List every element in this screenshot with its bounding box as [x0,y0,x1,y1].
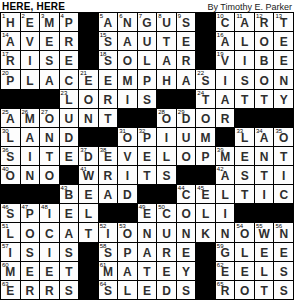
grid-cell[interactable]: 39M [216,147,235,165]
block-cell [157,90,176,108]
grid-cell[interactable]: E [60,204,79,222]
cell-letter: E [280,35,288,50]
cell-letter: N [221,227,230,242]
grid-cell[interactable]: A [118,32,137,50]
grid-cell[interactable]: 36S [1,147,20,165]
grid-cell[interactable]: E [99,70,118,88]
grid-cell[interactable]: 38E [99,147,118,165]
grid-cell[interactable]: 27O [40,109,59,127]
grid-cell[interactable]: A [99,185,118,203]
grid-cell[interactable]: P [138,70,157,88]
block-cell [21,90,40,108]
cell-letter: T [241,188,248,203]
grid-cell[interactable]: T [255,281,274,299]
grid-cell[interactable]: Y [274,90,293,108]
grid-cell[interactable]: L [138,51,157,69]
cell-letter: A [182,74,191,89]
grid-cell[interactable]: S [235,166,254,184]
grid-cell[interactable]: I [118,166,137,184]
grid-cell[interactable]: 5A [99,13,118,31]
cell-letter: V [26,35,34,50]
grid-cell[interactable]: A [60,223,79,241]
grid-cell[interactable]: 17R [1,51,20,69]
grid-cell[interactable]: E [79,185,98,203]
grid-cell[interactable]: S [157,166,176,184]
grid-cell[interactable]: S [40,51,59,69]
cell-letter: E [143,150,151,165]
grid-cell[interactable]: 64S [99,281,118,299]
grid-cell[interactable]: R [40,281,59,299]
grid-cell[interactable]: O [196,109,215,127]
cell-letter: E [26,265,34,280]
cell-number: 64 [100,281,107,287]
grid-cell[interactable]: 3M [40,13,59,31]
grid-cell[interactable]: M [196,128,215,146]
grid-cell[interactable]: 20P [1,70,20,88]
grid-cell[interactable]: S [274,262,293,280]
grid-cell[interactable]: O [40,166,59,184]
grid-cell[interactable]: C [40,223,59,241]
cell-letter: A [104,188,113,203]
grid-cell[interactable]: 52I [99,223,118,241]
grid-cell[interactable]: 31O [118,128,137,146]
cell-letter: I [126,169,129,184]
cell-letter: S [241,169,249,184]
cell-letter: L [26,74,33,89]
cell-letter: E [65,207,73,222]
cell-letter: E [65,54,73,69]
cell-number: 5 [100,13,103,19]
grid-cell[interactable]: 57I [1,243,20,261]
grid-cell[interactable]: 32P [138,128,157,146]
grid-cell[interactable]: V [21,32,40,50]
cell-number: 37 [80,147,87,153]
grid-cell[interactable]: L [255,262,274,280]
grid-cell[interactable]: 11A [235,13,254,31]
grid-cell[interactable]: 12R [255,13,274,31]
block-cell [60,166,79,184]
cell-number: 55 [256,223,263,229]
grid-cell[interactable]: T [60,262,79,280]
cell-letter: L [261,265,268,280]
cell-letter: M [44,16,54,31]
grid-cell[interactable]: 47P [21,204,40,222]
cell-letter: N [182,227,191,242]
grid-cell[interactable]: 10C [216,13,235,31]
grid-cell[interactable]: N [21,166,40,184]
cell-letter: N [260,150,269,165]
grid-cell[interactable]: 30L [1,128,20,146]
grid-cell[interactable]: E [274,32,293,50]
cell-letter: A [143,246,152,261]
cell-letter: P [65,16,73,31]
cell-letter: A [104,16,113,31]
grid-cell[interactable]: E [138,281,157,299]
grid-cell[interactable]: C [60,70,79,88]
cell-letter: O [84,93,93,108]
grid-cell[interactable]: 19V [216,51,235,69]
cell-letter: O [181,207,190,222]
grid-cell[interactable]: A [118,262,137,280]
grid-cell[interactable]: A [138,243,157,261]
grid-cell[interactable]: 48I [40,204,59,222]
grid-cell[interactable]: U [157,223,176,241]
grid-cell[interactable]: I [21,147,40,165]
grid-cell[interactable]: 6N [118,13,137,31]
cell-letter: T [46,150,53,165]
block-cell [40,90,59,108]
block-cell [79,32,98,50]
grid-cell[interactable]: T [235,185,254,203]
grid-cell[interactable]: E [60,147,79,165]
grid-cell[interactable]: L [216,185,235,203]
grid-cell[interactable]: 29D [177,109,196,127]
grid-cell[interactable]: 45E [196,185,215,203]
grid-cell[interactable]: E [177,243,196,261]
grid-cell[interactable]: L [118,281,137,299]
grid-cell[interactable]: O [118,51,137,69]
grid-cell[interactable]: 61M [99,262,118,280]
grid-cell[interactable]: S [60,281,79,299]
grid-cell[interactable]: N [255,147,274,165]
cell-letter: L [143,54,150,69]
cell-number: 63 [2,281,9,287]
cell-letter: E [163,265,171,280]
grid-cell[interactable]: 51L [1,223,20,241]
cell-letter: S [280,265,288,280]
cell-letter: H [162,74,171,89]
grid-cell[interactable]: 50C [157,204,176,222]
grid-cell[interactable]: 2E [21,13,40,31]
cell-letter: I [48,246,51,261]
grid-cell[interactable]: 35O [274,128,293,146]
cell-letter: E [45,265,53,280]
grid-cell[interactable]: 21E [79,70,98,88]
cell-letter: M [201,131,211,146]
grid-cell[interactable]: 58S [99,243,118,261]
grid-cell[interactable]: E [274,51,293,69]
cell-number: 28 [158,109,165,115]
grid-cell[interactable]: 33L [235,128,254,146]
grid-cell[interactable]: A [177,70,196,88]
grid-cell[interactable]: 24T [196,90,215,108]
grid-cell[interactable]: A [216,90,235,108]
cell-letter: C [45,227,54,242]
block-cell [196,32,215,50]
grid-cell[interactable]: R [157,243,176,261]
grid-cell[interactable]: L [79,204,98,222]
puzzle-byline: By Timothy E. Parker [207,2,292,12]
cell-letter: I [28,150,31,165]
cell-letter: R [65,35,74,50]
cell-letter: S [280,284,288,299]
cell-number: 30 [2,128,9,134]
grid-cell[interactable]: H [157,70,176,88]
grid-cell[interactable]: T [40,147,59,165]
cell-letter: N [143,227,152,242]
grid-cell[interactable]: O [255,70,274,88]
grid-cell[interactable]: S [177,281,196,299]
grid-cell[interactable]: E [255,243,274,261]
grid-cell[interactable]: L [157,147,176,165]
grid-cell[interactable]: T [255,166,274,184]
cell-number: 36 [2,147,9,153]
grid-cell[interactable]: V [118,147,137,165]
block-cell [177,90,196,108]
cell-letter: O [45,169,54,184]
grid-cell[interactable]: I [21,51,40,69]
grid-cell[interactable]: 49E [138,204,157,222]
cell-letter: E [104,74,112,89]
grid-cell[interactable]: 59G [216,243,235,261]
grid-cell[interactable]: C [274,185,293,203]
grid-cell[interactable]: L [235,243,254,261]
cell-letter: E [182,246,190,261]
grid-cell[interactable]: T [79,223,98,241]
grid-cell[interactable]: 18S [99,51,118,69]
grid-cell[interactable]: O [21,223,40,241]
grid-cell[interactable]: D [118,185,137,203]
cell-letter: S [182,16,190,31]
grid-cell[interactable]: I [216,70,235,88]
grid-cell[interactable]: 63E [1,281,20,299]
grid-cell[interactable]: 7G [138,13,157,31]
block-cell [79,262,98,280]
grid-cell[interactable]: 41W [79,166,98,184]
block-cell [196,243,215,261]
cell-letter: E [241,265,249,280]
grid-cell[interactable]: N [79,109,98,127]
cell-letter: N [279,74,288,89]
grid-cell[interactable]: 60M [1,262,20,280]
grid-cell[interactable]: S [60,243,79,261]
cell-letter: L [241,246,248,261]
cell-letter: U [182,131,191,146]
cell-letter: P [123,246,131,261]
cell-letter: I [282,169,285,184]
cell-letter: T [241,93,248,108]
grid-cell[interactable]: E [40,32,59,50]
grid-cell[interactable]: E [21,262,40,280]
grid-cell[interactable]: 34A [255,128,274,146]
grid-cell[interactable]: I [40,243,59,261]
cell-number: 47 [22,204,29,210]
grid-cell[interactable]: U [60,109,79,127]
grid-cell[interactable]: P [118,243,137,261]
cell-letter: P [143,74,151,89]
grid-cell[interactable]: N [138,223,157,241]
cell-letter: I [48,207,51,222]
grid-cell[interactable]: D [157,281,176,299]
cell-letter: S [65,246,73,261]
grid-cell[interactable]: 23L [60,90,79,108]
grid-cell[interactable]: 65R [216,281,235,299]
cell-letter: C [65,74,74,89]
cell-letter: U [143,35,152,50]
grid-cell[interactable]: T [274,147,293,165]
block-cell [99,204,118,222]
grid-cell[interactable]: 26M [21,109,40,127]
grid-cell[interactable]: A [157,51,176,69]
grid-cell[interactable]: T [138,262,157,280]
cell-letter: T [261,284,268,299]
cell-number: 26 [22,109,29,115]
grid-cell[interactable]: O [177,147,196,165]
grid-cell[interactable]: E [274,243,293,261]
grid-cell[interactable]: R [21,281,40,299]
grid-cell[interactable]: T [138,166,157,184]
grid-cell[interactable]: 28O [157,109,176,127]
grid-cell[interactable]: U [138,32,157,50]
grid-cell[interactable]: 13T [274,13,293,31]
grid-cell[interactable]: R [177,51,196,69]
grid-cell[interactable]: E [235,262,254,280]
cell-number: 49 [139,204,146,210]
grid-cell[interactable]: 9S [177,13,196,31]
grid-cell[interactable]: O [255,32,274,50]
cell-letter: A [25,131,34,146]
grid-cell[interactable]: U [177,128,196,146]
cell-letter: E [84,188,92,203]
grid-cell[interactable]: 44C [177,185,196,203]
cell-number: 12 [256,13,263,19]
cell-number: 29 [178,109,185,115]
cell-number: 65 [217,281,224,287]
grid-cell[interactable]: I [157,128,176,146]
block-cell [1,185,20,203]
cell-letter: M [122,74,132,89]
cell-letter: T [261,169,268,184]
grid-cell[interactable]: 22S [196,70,215,88]
grid-cell[interactable]: 40O [1,166,20,184]
grid-cell[interactable]: I [274,166,293,184]
cell-number: 13 [275,13,282,19]
block-cell [196,51,215,69]
grid-cell[interactable]: N [216,223,235,241]
cell-number: 24 [197,90,204,96]
cell-number: 22 [197,70,204,76]
cell-letter: S [182,284,190,299]
cell-letter: T [280,150,287,165]
cell-number: 61 [100,262,107,268]
cell-letter: U [162,16,171,31]
block-cell [79,243,98,261]
grid-cell[interactable]: K [196,223,215,241]
grid-cell[interactable]: S [138,90,157,108]
grid-cell[interactable]: O [177,204,196,222]
cell-letter: O [181,150,190,165]
grid-cell[interactable]: I [255,185,274,203]
block-cell [177,166,196,184]
grid-cell[interactable]: R [60,32,79,50]
cell-number: 14 [2,32,9,38]
cell-number: 27 [41,109,48,115]
grid-cell[interactable]: N [177,223,196,241]
grid-cell[interactable]: E [235,147,254,165]
grid-cell[interactable]: L [235,32,254,50]
grid-cell[interactable]: 37D [79,147,98,165]
grid-cell[interactable]: M [118,70,137,88]
cell-number: 39 [217,147,224,153]
grid-cell[interactable]: 54O [235,223,254,241]
grid-cell[interactable]: 56N [274,223,293,241]
grid-cell[interactable]: L [21,70,40,88]
cell-letter: O [240,284,249,299]
cell-number: 44 [178,185,185,191]
cell-letter: O [123,54,132,69]
grid-cell[interactable]: 42A [216,166,235,184]
grid-cell[interactable]: N [40,128,59,146]
grid-cell[interactable]: 16A [216,32,235,50]
cell-number: 57 [2,243,9,249]
grid-cell[interactable]: P [196,147,215,165]
grid-cell[interactable]: 46S [1,204,20,222]
block-cell [118,204,137,222]
grid-cell[interactable]: T [157,32,176,50]
grid-cell[interactable]: I [235,51,254,69]
grid-cell[interactable]: 62E [216,262,235,280]
grid-cell[interactable]: I [118,90,137,108]
grid-cell[interactable]: T [235,90,254,108]
grid-cell[interactable]: 8U [157,13,176,31]
grid-cell[interactable]: T [99,109,118,127]
grid-cell[interactable]: E [138,147,157,165]
grid-cell[interactable]: E [60,51,79,69]
cell-number: 19 [217,51,224,57]
grid-cell[interactable]: Y [177,262,196,280]
grid-cell[interactable]: R [99,90,118,108]
grid-cell[interactable]: O [235,281,254,299]
grid-cell[interactable]: 55W [255,223,274,241]
grid-cell[interactable]: L [196,204,215,222]
grid-cell[interactable]: 53O [118,223,137,241]
grid-cell[interactable]: O [79,90,98,108]
grid-cell[interactable]: A [40,70,59,88]
grid-cell[interactable]: R [216,109,235,127]
grid-cell[interactable]: S [235,70,254,88]
cell-letter: O [260,74,269,89]
cell-letter: D [123,188,132,203]
grid-cell[interactable]: D [60,128,79,146]
grid-cell[interactable]: T [255,90,274,108]
grid-cell[interactable]: E [157,262,176,280]
cell-letter: R [221,112,230,127]
cell-letter: V [123,150,131,165]
grid-cell[interactable]: R [99,166,118,184]
cell-number: 8 [158,13,161,19]
grid-cell[interactable]: E [177,32,196,50]
grid-cell[interactable]: A [21,128,40,146]
grid-cell[interactable]: 14A [1,32,20,50]
block-cell [216,128,235,146]
grid-cell[interactable]: N [274,70,293,88]
cell-letter: Y [280,93,288,108]
grid-cell[interactable]: 4P [60,13,79,31]
grid-cell[interactable]: 15S [99,32,118,50]
cell-number: 59 [217,243,224,249]
cell-number: 21 [80,70,87,76]
grid-cell[interactable]: I [216,204,235,222]
grid-cell[interactable]: E [40,262,59,280]
grid-cell[interactable]: 43B [60,185,79,203]
grid-cell[interactable]: S [21,243,40,261]
cell-number: 2 [22,13,25,19]
cell-letter: I [106,227,109,242]
grid-cell[interactable]: 1H [1,13,20,31]
grid-cell[interactable]: S [274,281,293,299]
grid-cell[interactable]: B [255,51,274,69]
grid-cell[interactable]: 25A [1,109,20,127]
